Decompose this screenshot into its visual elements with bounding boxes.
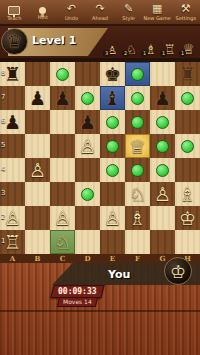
square-b5[interactable]	[25, 134, 50, 158]
square-h2[interactable]: ♔	[175, 206, 200, 230]
white-k-piece-h2: ♔	[179, 207, 196, 229]
square-e2[interactable]: ♙	[100, 206, 125, 230]
square-e6[interactable]	[100, 110, 125, 134]
square-f5[interactable]: ♕	[125, 134, 150, 158]
moves-badge: Moves 14	[57, 297, 98, 307]
palette-icon: ✎	[124, 3, 133, 15]
file-label-c: C	[50, 254, 75, 263]
level-label: Level 1	[32, 34, 76, 47]
square-g6[interactable]	[150, 110, 175, 134]
white-q-piece-f5: ♕	[129, 135, 146, 157]
file-label-f: F	[125, 254, 150, 263]
file-label-a: A	[0, 254, 25, 263]
legal-move-dot-g4	[156, 164, 169, 177]
square-a3[interactable]: 3	[0, 182, 25, 206]
square-b8[interactable]	[25, 62, 50, 86]
square-c4[interactable]	[50, 158, 75, 182]
square-h1[interactable]	[175, 230, 200, 254]
white-b-piece-h3: ♗	[179, 183, 196, 205]
captured-bishop-count: 1	[141, 50, 148, 57]
square-g4[interactable]	[150, 158, 175, 182]
square-g3[interactable]: ♙	[150, 182, 175, 206]
chess-app: TeachHint↶Undo↷Ahead✎Style▦New Game⚒Sett…	[0, 0, 200, 355]
black-b-piece-e7: ♝	[104, 87, 121, 109]
legal-move-dot-g5	[156, 140, 169, 153]
black-piece-icon: ♛	[6, 31, 22, 52]
timer-value: 00:09:33	[58, 287, 97, 296]
captured-knight-icon: ♘2	[122, 43, 141, 57]
square-f3[interactable]: ♘	[125, 182, 150, 206]
white-p-piece-g3: ♙	[154, 183, 171, 205]
legal-move-dot-e4	[106, 164, 119, 177]
toolbar: TeachHint↶Undo↷Ahead✎Style▦New Game⚒Sett…	[0, 0, 200, 26]
captured-queen-icon: ♕1	[179, 41, 198, 57]
rank-label-8: 8	[1, 70, 5, 77]
square-f7[interactable]	[125, 86, 150, 110]
rank-label-6: 6	[1, 118, 5, 125]
opponent-avatar: ♛	[1, 28, 28, 55]
square-e3[interactable]	[100, 182, 125, 206]
white-p-piece-d5: ♙	[79, 135, 96, 157]
square-d1[interactable]	[75, 230, 100, 254]
white-b-piece-f2: ♗	[129, 207, 146, 229]
white-p-piece-e2: ♙	[104, 207, 121, 229]
square-c1[interactable]: ♘	[50, 230, 75, 254]
square-h3[interactable]: ♗	[175, 182, 200, 206]
legal-move-dot-e5	[106, 140, 119, 153]
captured-knight-count: 2	[122, 50, 129, 57]
bottom-panel: You ♔ 00:09:33 Moves 14	[0, 263, 200, 355]
square-d8[interactable]	[75, 62, 100, 86]
toolbar-button-teach[interactable]: Teach	[0, 0, 29, 24]
rank-label-5: 5	[1, 142, 5, 149]
toolbar-label-style: Style	[122, 16, 135, 21]
square-g5[interactable]	[150, 134, 175, 158]
square-a4[interactable]: 4	[0, 158, 25, 182]
square-h7[interactable]	[175, 86, 200, 110]
moves-count: Moves 14	[63, 298, 92, 306]
captured-bishop-icon: ♗1	[141, 42, 160, 57]
square-f4[interactable]	[125, 158, 150, 182]
square-h8[interactable]: ♜	[175, 62, 200, 86]
square-f8[interactable]	[125, 62, 150, 86]
black-p-piece-c7: ♟	[54, 87, 71, 109]
square-c6[interactable]	[50, 110, 75, 134]
chess-board: 8♜♚♜7♟♟♝♟6♟♟5♙♕4♙3♘♙♗2♙♙♙♗♔1♖♘	[0, 62, 200, 254]
player-avatar: ♔	[164, 257, 192, 285]
legal-move-dot-h5	[181, 140, 194, 153]
teach-board-icon	[8, 6, 20, 15]
white-n-piece-f3: ♘	[129, 183, 146, 205]
opponent-bar: ♛ Level 1 ♙3♘2♗1♖1♕1	[0, 26, 200, 58]
square-h6[interactable]	[175, 110, 200, 134]
toolbar-button-new-game[interactable]: ▦New Game	[143, 0, 172, 24]
square-c7[interactable]: ♟	[50, 86, 75, 110]
black-p-piece-a6: ♟	[4, 111, 21, 133]
square-c3[interactable]	[50, 182, 75, 206]
white-p-piece-b4: ♙	[29, 159, 46, 181]
toolbar-label-undo: Undo	[65, 16, 78, 21]
white-n-piece-c1: ♘	[54, 231, 71, 253]
file-label-e: E	[100, 254, 125, 263]
square-e5[interactable]	[100, 134, 125, 158]
legal-move-dot-d3	[81, 188, 94, 201]
square-c5[interactable]	[50, 134, 75, 158]
square-b1[interactable]	[25, 230, 50, 254]
square-a1[interactable]: 1♖	[0, 230, 25, 254]
square-d6[interactable]: ♟	[75, 110, 100, 134]
square-c8[interactable]	[50, 62, 75, 86]
toolbar-label-new-game: New Game	[143, 16, 170, 21]
rank-label-2: 2	[1, 214, 5, 221]
white-p-piece-a2: ♙	[4, 207, 21, 229]
square-d7[interactable]	[75, 86, 100, 110]
captured-rook-icon: ♖1	[160, 42, 179, 57]
undo-arrow-icon: ↶	[67, 3, 76, 15]
square-e4[interactable]	[100, 158, 125, 182]
square-a6[interactable]: 6♟	[0, 110, 25, 134]
legal-move-dot-f8	[131, 68, 144, 81]
square-d4[interactable]	[75, 158, 100, 182]
legal-move-dot-f7	[131, 92, 144, 105]
square-b2[interactable]	[25, 206, 50, 230]
rank-label-3: 3	[1, 190, 5, 197]
black-p-piece-b7: ♟	[29, 87, 46, 109]
wood-seam	[0, 310, 200, 312]
legal-move-dot-f6	[131, 116, 144, 129]
rank-label-7: 7	[1, 94, 5, 101]
square-d3[interactable]	[75, 182, 100, 206]
black-p-piece-g7: ♟	[154, 87, 171, 109]
toolbar-button-hint[interactable]: Hint	[29, 0, 58, 24]
rank-label-4: 4	[1, 166, 5, 173]
white-r-piece-a1: ♖	[4, 231, 21, 253]
player-name: You	[108, 268, 130, 281]
black-r-piece-a8: ♜	[4, 63, 21, 85]
square-a5[interactable]: 5	[0, 134, 25, 158]
board-frame: 8♜♚♜7♟♟♝♟6♟♟5♙♕4♙3♘♙♗2♙♙♙♗♔1♖♘ ABCDEFGH	[0, 58, 200, 263]
white-p-piece-c2: ♙	[54, 207, 71, 229]
square-d5[interactable]: ♙	[75, 134, 100, 158]
square-b6[interactable]	[25, 110, 50, 134]
captured-pawn-icon: ♙3	[103, 44, 122, 57]
square-c2[interactable]: ♙	[50, 206, 75, 230]
toolbar-button-settings[interactable]: ⚒Settings	[171, 0, 200, 24]
square-h5[interactable]	[175, 134, 200, 158]
black-r-piece-h8: ♜	[179, 63, 196, 85]
square-e1[interactable]	[100, 230, 125, 254]
square-g2[interactable]	[150, 206, 175, 230]
black-p-piece-d6: ♟	[79, 111, 96, 133]
legal-move-dot-h7	[181, 92, 194, 105]
square-g8[interactable]	[150, 62, 175, 86]
square-e8[interactable]: ♚	[100, 62, 125, 86]
square-h4[interactable]	[175, 158, 200, 182]
redo-arrow-icon: ↷	[95, 3, 104, 15]
black-k-piece-e8: ♚	[104, 63, 121, 85]
tools-icon: ⚒	[181, 3, 191, 15]
square-b7[interactable]: ♟	[25, 86, 50, 110]
square-f6[interactable]	[125, 110, 150, 134]
square-a2[interactable]: 2♙	[0, 206, 25, 230]
rank-label-1: 1	[1, 238, 5, 245]
square-d2[interactable]	[75, 206, 100, 230]
legal-move-dot-f4	[131, 164, 144, 177]
captured-queen-count: 1	[179, 50, 186, 57]
white-king-icon: ♔	[170, 261, 186, 282]
legal-move-dot-c8	[56, 68, 69, 81]
square-b3[interactable]	[25, 182, 50, 206]
square-e7[interactable]: ♝	[100, 86, 125, 110]
board-grid-icon: ▦	[152, 3, 162, 15]
square-a8[interactable]: 8♜	[0, 62, 25, 86]
square-f2[interactable]: ♗	[125, 206, 150, 230]
captured-rook-count: 1	[160, 50, 167, 57]
toolbar-button-ahead[interactable]: ↷Ahead	[86, 0, 115, 24]
square-g7[interactable]: ♟	[150, 86, 175, 110]
square-b4[interactable]: ♙	[25, 158, 50, 182]
legal-move-dot-e6	[106, 116, 119, 129]
legal-move-dot-d7	[81, 92, 94, 105]
square-a7[interactable]: 7	[0, 86, 25, 110]
lightbulb-icon	[39, 7, 46, 14]
toolbar-button-undo[interactable]: ↶Undo	[57, 0, 86, 24]
toolbar-label-ahead: Ahead	[92, 16, 108, 21]
legal-move-dot-g6	[156, 116, 169, 129]
toolbar-label-settings: Settings	[176, 16, 197, 21]
captured-pawn-count: 3	[103, 50, 110, 57]
square-f1[interactable]	[125, 230, 150, 254]
captured-pieces-tray: ♙3♘2♗1♖1♕1	[103, 27, 198, 57]
file-label-b: B	[25, 254, 50, 263]
toolbar-button-style[interactable]: ✎Style	[114, 0, 143, 24]
file-label-d: D	[75, 254, 100, 263]
square-g1[interactable]	[150, 230, 175, 254]
